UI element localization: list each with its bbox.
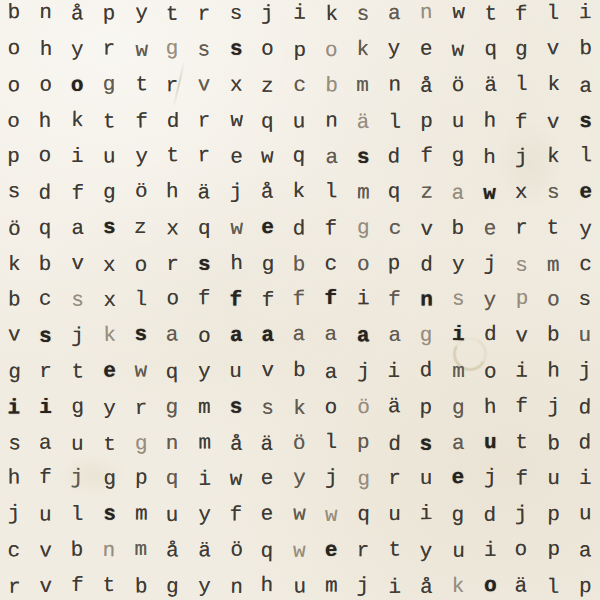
grid-cell: o [30,139,62,175]
grid-cell: s [506,246,538,282]
letter: s [198,40,211,61]
grid-cell: k [442,568,474,600]
grid-cell: s [220,389,252,425]
letter: å [71,4,84,25]
grid-cell: w [442,32,474,68]
grid-cell: k [61,103,93,139]
grid-cell: s [252,389,284,425]
letter: t [547,217,560,238]
letter: t [71,361,84,382]
grid-cell: r [157,68,189,104]
letter: å [420,576,433,597]
grid-cell: h [474,103,506,139]
letter: h [7,468,20,489]
grid-cell: d [474,497,506,533]
letter: u [39,504,52,525]
grid-cell: q [252,532,284,568]
letter: d [293,218,306,239]
letter: u [578,325,591,346]
grid-cell: o [474,568,506,600]
letter: q [484,39,497,60]
letter: k [547,146,560,167]
letter: k [451,576,464,597]
grid-cell: i [379,568,411,600]
grid-cell: o [252,32,284,68]
letter: a [262,325,275,346]
letter: a [579,76,592,97]
grid-cell: v [506,318,538,354]
grid-cell: f [506,389,538,425]
letter: h [483,397,496,418]
letter: h [261,575,274,596]
letter: j [356,575,369,596]
grid-cell: o [61,68,93,104]
grid-cell: t [93,103,125,139]
grid-cell: e [411,32,443,68]
letter: o [134,255,147,276]
grid-cell: k [93,318,125,354]
letter: q [39,218,52,239]
letter: y [135,3,148,24]
grid-cell: l [538,0,570,32]
letter: y [198,575,211,596]
grid-cell: f [315,211,347,247]
letter: l [579,145,592,166]
grid-cell: s [125,318,157,354]
grid-cell: g [125,425,157,461]
letter: q [261,111,274,132]
letter: e [261,504,274,525]
letter: y [579,219,592,240]
grid-cell: b [538,425,570,461]
letter: o [7,111,20,132]
grid-cell: s [347,0,379,32]
grid-cell: p [538,532,570,568]
letter: p [516,289,529,310]
letter: v [40,576,53,597]
letter: p [7,146,20,167]
letter: f [71,575,84,596]
letter: m [452,361,465,382]
letter: w [134,361,147,382]
grid-cell: s [188,32,220,68]
letter: b [39,254,52,275]
letter: p [420,111,433,132]
grid-cell: b [0,282,30,318]
letter: e [103,360,116,381]
letter: w [261,147,274,168]
letter: o [71,75,84,96]
grid-cell: y [474,282,506,318]
grid-cell: u [411,461,443,497]
letter: w [483,183,496,204]
letter: g [166,38,179,59]
letter: g [515,39,528,60]
grid-cell: g [157,389,189,425]
grid-cell: ä [188,175,220,211]
grid-cell: i [569,461,600,497]
grid-cell: c [30,282,62,318]
grid-cell: l [61,497,93,533]
grid-cell: o [315,389,347,425]
grid-cell: z [252,68,284,104]
grid-cell: ä [506,568,538,600]
grid-cell: o [0,68,30,104]
letter: u [579,503,592,524]
letter: r [356,540,369,561]
grid-cell: k [284,175,316,211]
letter: g [420,325,433,346]
grid-cell: u [569,318,600,354]
grid-cell: g [93,68,125,104]
grid-cell: h [220,246,252,282]
letter: i [293,3,306,24]
grid-cell: a [220,318,252,354]
letter: h [483,110,496,131]
letter: g [103,469,116,490]
letter: a [230,325,243,346]
letter: y [71,40,84,61]
grid-cell: x [93,246,125,282]
letter: ä [484,75,497,96]
grid-cell: s [0,175,30,211]
grid-cell: o [315,32,347,68]
letter: l [515,74,528,95]
grid-cell: q [157,354,189,390]
grid-cell: ä [188,532,220,568]
letter: t [103,111,116,132]
grid-cell: k [284,389,316,425]
letter: w [229,469,242,490]
grid-cell: ö [220,532,252,568]
letter: l [547,576,560,597]
grid-cell: d [569,425,600,461]
grid-cell: f [411,139,443,175]
grid-cell: g [252,246,284,282]
grid-cell: a [442,425,474,461]
letter: ö [357,397,370,418]
letter: k [103,325,116,346]
letter: l [547,3,560,24]
grid-cell: p [569,568,600,600]
grid-cell: d [30,175,62,211]
grid-cell: m [125,497,157,533]
grid-cell: g [93,175,125,211]
letter: t [166,4,179,25]
letter: f [516,396,529,417]
letter: a [324,362,337,383]
letter: y [293,468,306,489]
grid-cell: f [125,103,157,139]
grid-cell: v [252,354,284,390]
letter: o [515,539,528,560]
letter: y [198,361,211,382]
grid-cell: t [125,68,157,104]
grid-cell: v [538,32,570,68]
letter: r [198,110,211,131]
letter: p [420,397,433,418]
grid-cell: b [569,32,600,68]
grid-cell: s [347,139,379,175]
letter: s [198,254,211,275]
grid-cell: a [569,68,600,104]
grid-cell: h [538,354,570,390]
grid-cell: s [220,0,252,32]
letter: j [515,147,528,168]
grid-cell: p [284,32,316,68]
letter: x [230,74,243,95]
grid-cell: s [61,282,93,318]
grid-cell: k [0,246,30,282]
grid-cell: o [0,103,30,139]
grid-cell: w [284,532,316,568]
grid-cell: g [157,568,189,600]
grid-cell: a [284,318,316,354]
grid-cell: n [411,0,443,32]
letter: y [452,254,465,275]
grid-cell: l [315,425,347,461]
letter: t [389,539,402,560]
grid-cell: x [506,175,538,211]
grid-cell: n [411,282,443,318]
grid-cell: g [61,389,93,425]
letter: i [198,469,211,490]
letter: n [102,540,115,561]
letter: t [102,575,115,596]
letter: p [547,539,560,560]
grid-cell: b [315,68,347,104]
letter: c [579,254,592,275]
grid-cell: u [379,497,411,533]
grid-cell: c [569,246,600,282]
letter: d [578,397,591,418]
grid-cell: f [506,103,538,139]
grid-cell: y [569,211,600,247]
grid-cell: o [30,68,62,104]
grid-cell: e [252,211,284,247]
grid-cell: v [538,103,570,139]
letter: o [324,397,337,418]
grid-cell: p [411,389,443,425]
grid-cell: g [93,461,125,497]
grid-cell: q [30,211,62,247]
letter: l [71,505,84,526]
letter: i [452,324,465,345]
letter: d [578,432,591,453]
letter: r [167,254,180,275]
letter: f [325,289,338,310]
letter: ö [230,539,243,560]
letter: v [262,360,275,381]
grid-cell: r [0,568,30,600]
letter: m [547,255,560,276]
letter: ä [197,183,210,204]
letter: o [167,289,180,310]
grid-cell: f [61,175,93,211]
letter: o [325,40,338,61]
letter: c [389,218,402,239]
letter: g [452,397,465,418]
grid-cell: r [125,389,157,425]
grid-cell: s [569,282,600,318]
grid-cell: g [0,354,30,390]
letter: e [451,467,464,488]
letter: x [166,218,179,239]
grid-cell: å [411,568,443,600]
letter: u [294,576,307,597]
letter: g [451,146,464,167]
grid-cell: q [252,103,284,139]
grid-cell: t [157,139,189,175]
letter: j [357,361,370,382]
grid-cell: y [188,568,220,600]
letter: h [547,361,560,382]
letter: d [388,147,401,168]
letter: p [357,432,370,453]
grid-cell: l [569,139,600,175]
grid-cell: x [157,211,189,247]
grid-cell: e [442,461,474,497]
letter: x [515,182,528,203]
grid-cell: p [125,461,157,497]
letter: m [198,432,211,453]
letter: s [7,181,20,202]
grid-cell: a [252,318,284,354]
grid-cell: u [284,568,316,600]
grid-cell: n [93,532,125,568]
letter: v [516,326,529,347]
grid-cell: x [93,282,125,318]
grid-cell: y [188,497,220,533]
letter: b [579,38,592,59]
letter: f [293,289,306,310]
grid-cell: f [284,282,316,318]
letter: a [39,432,52,453]
letter: a [452,433,465,454]
grid-cell: v [30,532,62,568]
grid-cell: q [284,139,316,175]
letter: o [7,75,20,96]
letter: o [7,38,20,59]
letter: e [483,218,496,239]
grid-cell: o [188,318,220,354]
letter: f [198,289,211,310]
letter: j [515,504,528,525]
letter: s [39,326,52,347]
grid-cell: a [61,211,93,247]
grid-cell: p [93,0,125,32]
grid-cell: e [220,139,252,175]
letter: ö [135,181,148,202]
letter: j [71,467,84,488]
grid-cell: v [30,568,62,600]
letter: s [262,398,275,419]
grid-cell: c [0,532,30,568]
letter: l [134,289,147,310]
grid-cell: u [442,532,474,568]
grid-cell: u [157,497,189,533]
grid-cell: d [379,139,411,175]
grid-cell: t [379,532,411,568]
letter: d [484,324,497,345]
letter: m [135,539,148,560]
letter: a [325,147,338,168]
letter: j [578,360,591,381]
letter: k [356,39,369,60]
letter: n [420,290,433,311]
grid-cell: w [220,461,252,497]
letter: b [547,433,560,454]
grid-cell: l [538,568,570,600]
grid-cell: e [252,461,284,497]
letter: r [39,361,52,382]
grid-cell: w [125,354,157,390]
letter: e [261,468,274,489]
letter: d [39,183,52,204]
grid-cell: o [125,246,157,282]
grid-cell: g [442,139,474,175]
grid-cell: i [411,497,443,533]
grid-cell: b [125,568,157,600]
letter: f [420,146,433,167]
grid-cell: ö [442,68,474,104]
grid-cell: r [30,354,62,390]
grid-cell: v [61,246,93,282]
grid-cell: l [125,282,157,318]
grid-cell: l [379,103,411,139]
letter: p [579,576,592,597]
letter: v [547,111,560,132]
letter: w [325,505,338,526]
letter: v [547,38,560,59]
letter: s [71,290,84,311]
letter: t [167,145,180,166]
letter: k [293,398,306,419]
grid-cell: b [30,246,62,282]
grid-cell: f [315,282,347,318]
letter: j [261,4,274,25]
letter: a [388,3,401,24]
grid-cell: v [411,211,443,247]
letter: o [547,290,560,311]
letter: u [166,505,179,526]
letter: b [293,360,306,381]
letter: e [230,147,243,168]
letter: p [134,468,147,489]
grid-cell: i [188,461,220,497]
grid-cell: a [157,318,189,354]
grid-cell: a [347,318,379,354]
letter: u [103,147,116,168]
letter: b [7,290,20,311]
grid-cell: y [411,532,443,568]
grid-cell: b [442,211,474,247]
grid-cell: b [284,246,316,282]
grid-cell: c [284,68,316,104]
grid-cell: b [61,532,93,568]
letter: x [103,290,116,311]
letter: s [452,289,465,310]
letter: ä [515,575,528,596]
grid-cell: m [347,68,379,104]
grid-cell: å [61,0,93,32]
letter: ä [388,396,401,417]
letter: u [547,468,560,489]
grid-cell: r [157,246,189,282]
grid-cell: p [0,139,30,175]
letter: b [71,539,84,560]
grid-cell: e [93,354,125,390]
